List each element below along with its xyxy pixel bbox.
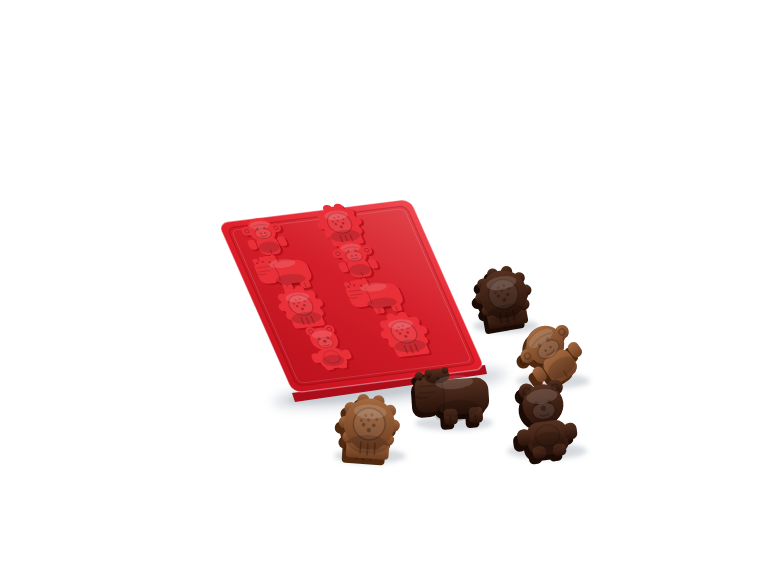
- chocolate-mold-photo: [40, 16, 772, 579]
- product-photo-stage: [40, 16, 772, 579]
